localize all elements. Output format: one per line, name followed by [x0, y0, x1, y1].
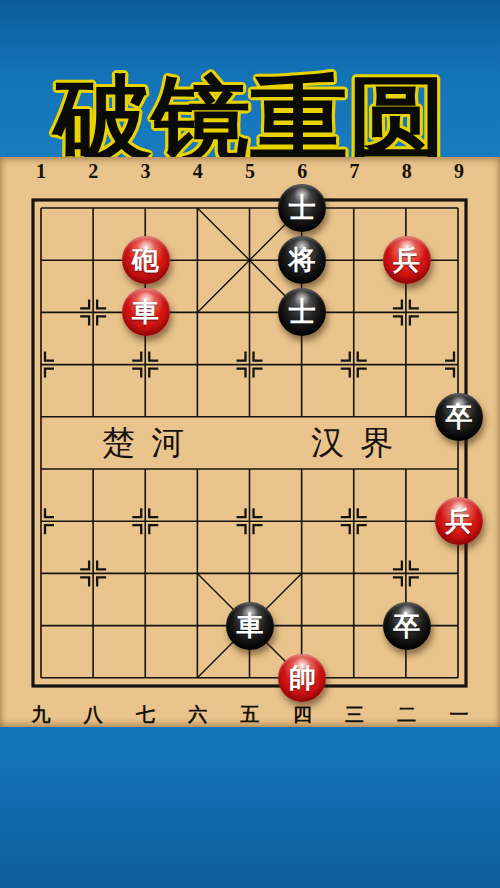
rank-label: 九	[15, 702, 67, 728]
rank-label: 五	[224, 702, 276, 728]
piece-red-chariot[interactable]: 車	[122, 288, 170, 336]
rank-label: 一	[433, 702, 485, 728]
piece-black-general[interactable]: 将	[278, 236, 326, 284]
piece-black-soldier[interactable]: 卒	[383, 602, 431, 650]
piece-red-soldier[interactable]: 兵	[435, 497, 483, 545]
app-background: 破镜重圆 123456789 楚 河 汉 界 士砲将兵車士卒兵車卒帥 九八七六五…	[0, 0, 500, 888]
rank-label: 四	[276, 702, 328, 728]
file-label: 1	[15, 157, 67, 185]
file-labels-top: 123456789	[15, 157, 485, 185]
piece-black-advisor[interactable]: 士	[278, 184, 326, 232]
piece-black-soldier[interactable]: 卒	[435, 393, 483, 441]
rank-label: 六	[172, 702, 224, 728]
piece-red-general[interactable]: 帥	[278, 654, 326, 702]
rank-label: 二	[381, 702, 433, 728]
rank-label: 八	[67, 702, 119, 728]
file-label: 5	[224, 157, 276, 185]
file-label: 4	[172, 157, 224, 185]
piece-red-cannon[interactable]: 砲	[122, 236, 170, 284]
file-label: 2	[67, 157, 119, 185]
file-label: 8	[381, 157, 433, 185]
title-text: 破镜重圆	[51, 68, 446, 170]
piece-black-chariot[interactable]: 車	[226, 602, 274, 650]
title-banner: 破镜重圆	[0, 0, 500, 170]
file-label: 3	[119, 157, 171, 185]
file-label: 7	[328, 157, 380, 185]
piece-red-soldier[interactable]: 兵	[383, 236, 431, 284]
pieces-grid: 士砲将兵車士卒兵車卒帥	[15, 182, 485, 704]
file-labels-bottom: 九八七六五四三二一	[15, 702, 485, 728]
file-label: 6	[276, 157, 328, 185]
piece-black-advisor[interactable]: 士	[278, 288, 326, 336]
rank-label: 三	[328, 702, 380, 728]
rank-label: 七	[119, 702, 171, 728]
file-label: 9	[433, 157, 485, 185]
